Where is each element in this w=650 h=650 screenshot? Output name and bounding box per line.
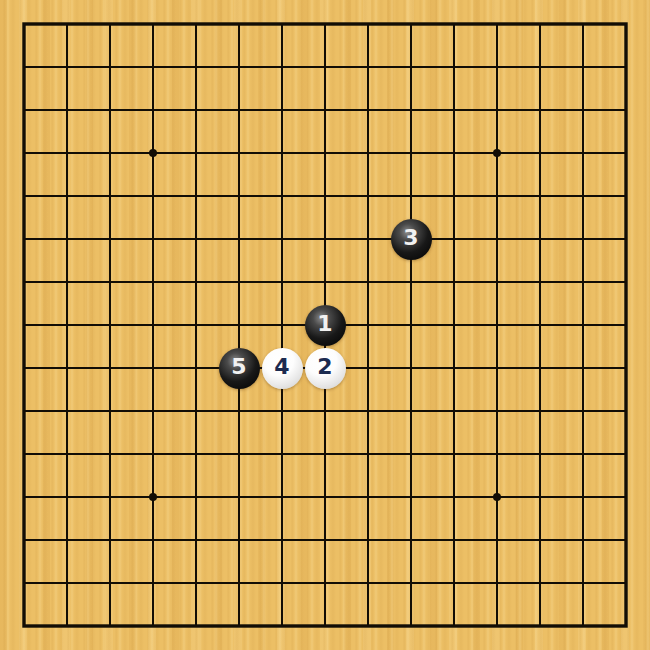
stone-black-1[interactable]: 1 [305,305,346,346]
stone-white-2[interactable]: 2 [305,348,346,389]
stone-move-number: 4 [274,356,289,378]
stone-move-number: 1 [317,313,332,335]
stone-move-number: 2 [317,356,332,378]
go-board[interactable]: 12345 [0,0,650,650]
stone-white-4[interactable]: 4 [262,348,303,389]
stone-black-3[interactable]: 3 [391,219,432,260]
stone-black-5[interactable]: 5 [219,348,260,389]
stone-move-number: 5 [231,356,246,378]
stone-move-number: 3 [403,227,418,249]
